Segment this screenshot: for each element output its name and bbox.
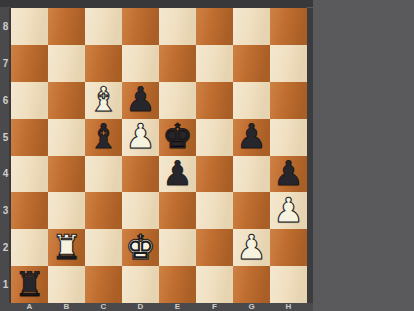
- square-c2[interactable]: [85, 229, 122, 266]
- square-a8[interactable]: [11, 8, 48, 45]
- square-d8[interactable]: [122, 8, 159, 45]
- square-b3[interactable]: [48, 192, 85, 229]
- square-c7[interactable]: [85, 45, 122, 82]
- square-h3[interactable]: ♟: [270, 192, 307, 229]
- piece-black-pawn-h4[interactable]: ♟: [273, 156, 303, 190]
- rank-label-2: 2: [0, 229, 11, 266]
- file-label-g: G: [233, 302, 270, 311]
- board[interactable]: ♝♟♝♟♚♟♟♟♟♜♚♟♜: [11, 8, 307, 303]
- square-e4[interactable]: ♟: [159, 156, 196, 193]
- square-h6[interactable]: [270, 82, 307, 119]
- square-h2[interactable]: [270, 229, 307, 266]
- square-c3[interactable]: [85, 192, 122, 229]
- square-a3[interactable]: [11, 192, 48, 229]
- board-frame-top: [0, 0, 313, 7]
- square-e7[interactable]: [159, 45, 196, 82]
- rank-label-4: 4: [0, 156, 11, 193]
- rank-label-1: 1: [0, 266, 11, 303]
- square-f8[interactable]: [196, 8, 233, 45]
- square-d3[interactable]: [122, 192, 159, 229]
- square-f7[interactable]: [196, 45, 233, 82]
- square-g7[interactable]: [233, 45, 270, 82]
- square-f1[interactable]: [196, 266, 233, 303]
- file-label-e: E: [159, 302, 196, 311]
- square-g3[interactable]: [233, 192, 270, 229]
- rank-label-7: 7: [0, 45, 11, 82]
- piece-white-bishop-c6[interactable]: ♝: [88, 82, 118, 116]
- file-label-h: H: [270, 302, 307, 311]
- square-a2[interactable]: [11, 229, 48, 266]
- square-h5[interactable]: [270, 119, 307, 156]
- piece-black-king-e5[interactable]: ♚: [162, 119, 192, 153]
- square-d7[interactable]: [122, 45, 159, 82]
- chess-diagram: 8 7 6 5 4 3 2 1 ♝♟♝♟♚♟♟♟♟♜♚♟♜ A B C D E …: [0, 0, 414, 311]
- piece-black-bishop-c5[interactable]: ♝: [88, 119, 118, 153]
- file-label-a: A: [11, 302, 48, 311]
- piece-black-rook-a1[interactable]: ♜: [14, 267, 44, 301]
- square-e8[interactable]: [159, 8, 196, 45]
- square-h4[interactable]: ♟: [270, 156, 307, 193]
- piece-black-pawn-g5[interactable]: ♟: [236, 119, 266, 153]
- square-f2[interactable]: [196, 229, 233, 266]
- square-g4[interactable]: [233, 156, 270, 193]
- file-label-b: B: [48, 302, 85, 311]
- square-d5[interactable]: ♟: [122, 119, 159, 156]
- square-e2[interactable]: [159, 229, 196, 266]
- piece-white-pawn-h3[interactable]: ♟: [273, 193, 303, 227]
- file-label-c: C: [85, 302, 122, 311]
- file-label-d: D: [122, 302, 159, 311]
- square-e1[interactable]: [159, 266, 196, 303]
- square-b4[interactable]: [48, 156, 85, 193]
- square-a5[interactable]: [11, 119, 48, 156]
- piece-black-pawn-d6[interactable]: ♟: [125, 82, 155, 116]
- rank-label-6: 6: [0, 82, 11, 119]
- square-f6[interactable]: [196, 82, 233, 119]
- rank-label-3: 3: [0, 192, 11, 229]
- square-b5[interactable]: [48, 119, 85, 156]
- piece-white-king-d2[interactable]: ♚: [125, 230, 155, 264]
- square-g1[interactable]: [233, 266, 270, 303]
- square-c4[interactable]: [85, 156, 122, 193]
- square-d1[interactable]: [122, 266, 159, 303]
- square-h1[interactable]: [270, 266, 307, 303]
- piece-white-pawn-g2[interactable]: ♟: [236, 230, 266, 264]
- file-labels: A B C D E F G H: [11, 302, 307, 311]
- square-g6[interactable]: [233, 82, 270, 119]
- rank-label-8: 8: [0, 8, 11, 45]
- square-c1[interactable]: [85, 266, 122, 303]
- square-c5[interactable]: ♝: [85, 119, 122, 156]
- square-h8[interactable]: [270, 8, 307, 45]
- square-h7[interactable]: [270, 45, 307, 82]
- square-g8[interactable]: [233, 8, 270, 45]
- square-g5[interactable]: ♟: [233, 119, 270, 156]
- piece-white-pawn-d5[interactable]: ♟: [125, 119, 155, 153]
- square-d2[interactable]: ♚: [122, 229, 159, 266]
- square-f4[interactable]: [196, 156, 233, 193]
- square-f3[interactable]: [196, 192, 233, 229]
- file-label-f: F: [196, 302, 233, 311]
- square-e3[interactable]: [159, 192, 196, 229]
- square-a6[interactable]: [11, 82, 48, 119]
- rank-label-5: 5: [0, 119, 11, 156]
- square-c8[interactable]: [85, 8, 122, 45]
- square-d6[interactable]: ♟: [122, 82, 159, 119]
- square-e5[interactable]: ♚: [159, 119, 196, 156]
- square-b6[interactable]: [48, 82, 85, 119]
- square-e6[interactable]: [159, 82, 196, 119]
- square-b2[interactable]: ♜: [48, 229, 85, 266]
- rank-labels: 8 7 6 5 4 3 2 1: [0, 8, 11, 303]
- square-b1[interactable]: [48, 266, 85, 303]
- piece-black-pawn-e4[interactable]: ♟: [162, 156, 192, 190]
- square-d4[interactable]: [122, 156, 159, 193]
- piece-white-rook-b2[interactable]: ♜: [51, 230, 81, 264]
- square-f5[interactable]: [196, 119, 233, 156]
- square-b8[interactable]: [48, 8, 85, 45]
- square-b7[interactable]: [48, 45, 85, 82]
- square-g2[interactable]: ♟: [233, 229, 270, 266]
- square-a1[interactable]: ♜: [11, 266, 48, 303]
- square-a4[interactable]: [11, 156, 48, 193]
- square-a7[interactable]: [11, 45, 48, 82]
- square-c6[interactable]: ♝: [85, 82, 122, 119]
